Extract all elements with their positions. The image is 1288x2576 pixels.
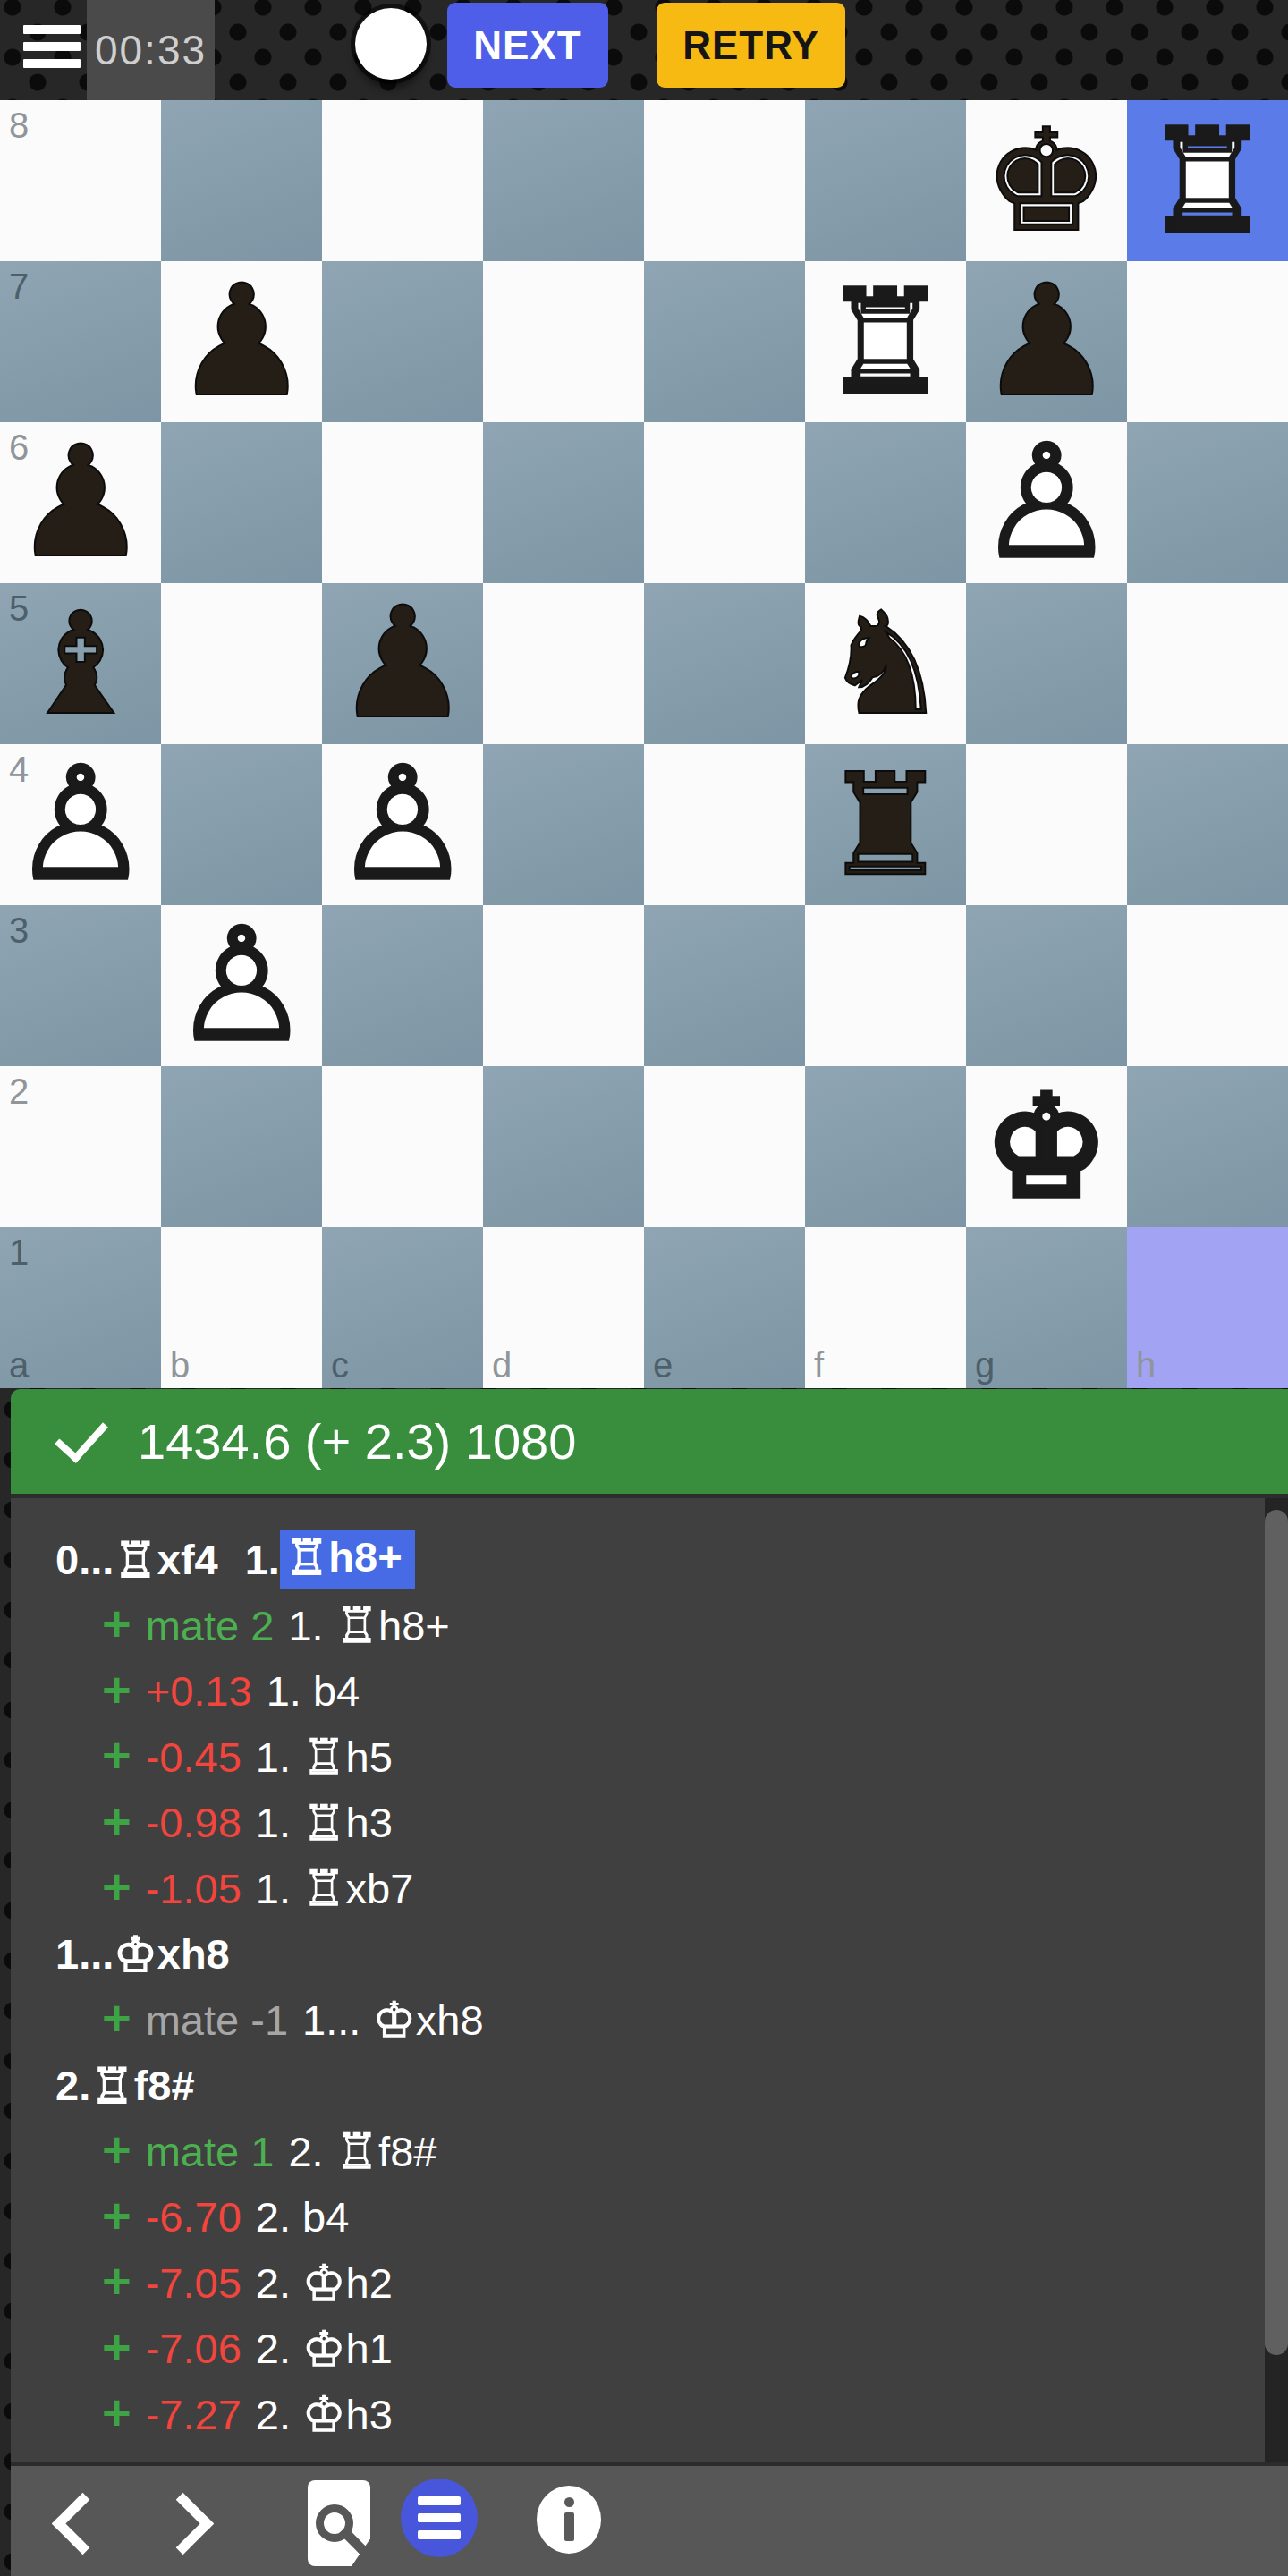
move-text: 2. [288,2127,335,2176]
file-label-d: d [492,1347,512,1383]
bottom-toolbar [11,2462,1288,2576]
eval-value: -7.05 [146,2258,241,2308]
square-h5[interactable] [1127,583,1288,744]
move-text: xb7 [346,1864,414,1913]
piece-glyph: ♖ [302,1865,345,1913]
move-text: 2. b4 [256,2192,350,2241]
square-b6[interactable] [161,422,322,583]
square-e4[interactable] [644,744,805,905]
analysis-variation[interactable]: +mate -11... ♔xh8 [11,1987,1288,2054]
eval-value: -1.05 [146,1864,241,1913]
rank-label-2: 2 [9,1073,29,1109]
plus-icon[interactable]: + [102,2387,131,2437]
square-c8[interactable] [322,100,483,261]
move-list: 0...♖xf41.♖h8++mate 21. ♖h8+++0.131. b4+… [11,1527,1288,2447]
analysis-variation[interactable]: +-7.052. ♔h2 [11,2250,1288,2317]
square-f8[interactable] [805,100,966,261]
square-a1[interactable]: 1a [0,1227,161,1388]
square-f1[interactable]: f [805,1227,966,1388]
piece-white-pawn[interactable]: ♟♙ [966,422,1127,583]
eval-value: mate 2 [146,1601,275,1650]
menu-button[interactable] [23,25,80,75]
square-b4[interactable] [161,744,322,905]
square-h4[interactable] [1127,744,1288,905]
square-f2[interactable] [805,1066,966,1227]
file-label-a: a [9,1347,29,1383]
square-d2[interactable] [483,1066,644,1227]
file-label-g: g [975,1347,995,1383]
square-h8[interactable]: ♜♖ [1127,100,1288,261]
square-b5[interactable] [161,583,322,744]
plus-icon[interactable]: + [102,1730,131,1780]
eval-value: mate 1 [146,2127,275,2176]
piece-glyph: ♔ [114,1931,157,1979]
rating-bar: 1434.6 (+ 2.3) 1080 [11,1389,1288,1494]
eval-value: -7.27 [146,2390,241,2439]
square-h3[interactable] [1127,905,1288,1066]
square-g6[interactable]: ♟♙ [966,422,1127,583]
square-d8[interactable] [483,100,644,261]
piece-glyph: ♔ [302,2259,345,2308]
analysis-variation[interactable]: ++0.131. b4 [11,1658,1288,1724]
piece-white-rook[interactable]: ♜♖ [1127,100,1288,261]
piece-glyph: ♖ [302,1800,345,1848]
file-label-e: e [653,1347,673,1383]
eval-value: -0.98 [146,1798,241,1847]
square-a7[interactable]: 7 [0,261,161,422]
piece-black-knight[interactable]: ♞ [805,583,966,744]
move-text: 1. [256,1864,302,1913]
lines-icon [418,2496,461,2505]
selected-move[interactable]: ♖h8+ [280,1529,415,1589]
square-a4[interactable]: 4♟♙ [0,744,161,905]
square-g8[interactable]: ♚ [966,100,1127,261]
engine-lines-button[interactable] [401,2479,478,2557]
square-b1[interactable]: b [161,1227,322,1388]
square-a8[interactable]: 8 [0,100,161,261]
move-text: 1. [245,1535,280,1584]
plus-icon[interactable]: + [102,2322,131,2372]
square-g5[interactable] [966,583,1127,744]
square-e5[interactable] [644,583,805,744]
chess-board: 8♚♜♖7♟♜♖♟6♟♟♙5♝♟♞4♟♙♟♙♜3♟♙2♚♔1abcdefgh [0,100,1288,1388]
piece-black-king[interactable]: ♚ [966,100,1127,261]
analysis-variation[interactable]: +-6.702. b4 [11,2184,1288,2250]
plus-icon[interactable]: + [102,1796,131,1846]
square-g1[interactable]: g [966,1227,1127,1388]
square-e8[interactable] [644,100,805,261]
move-text: h3 [346,2390,393,2439]
square-d4[interactable] [483,744,644,905]
move-text: 1... [302,1996,372,2045]
back-button[interactable] [52,2493,114,2555]
rank-label-6: 6 [9,429,29,465]
move-text: 1. b4 [267,1666,360,1716]
move-text: h8+ [328,1532,402,1581]
square-h7[interactable] [1127,261,1288,422]
analysis-main-move[interactable]: 2.♖f8# [11,2053,1288,2119]
square-e2[interactable] [644,1066,805,1227]
top-bar: 00:33 NEXT RETRY [0,0,1288,100]
hamburger-icon [23,25,80,68]
square-d7[interactable] [483,261,644,422]
info-button[interactable] [537,2486,601,2554]
piece-glyph: ♔ [302,2391,345,2439]
move-text: h2 [346,2258,393,2308]
rating-text: 1434.6 (+ 2.3) 1080 [138,1412,576,1470]
square-b8[interactable] [161,100,322,261]
eval-value: -6.70 [146,2192,241,2241]
move-text: xf4 [157,1535,218,1584]
analysis-variation[interactable]: +-0.981. ♖h3 [11,1790,1288,1856]
checkmark-icon [55,1408,108,1463]
piece-glyph: ♖ [285,1534,328,1582]
square-g7[interactable]: ♟ [966,261,1127,422]
analysis-variation[interactable]: +-0.451. ♖h5 [11,1724,1288,1791]
piece-glyph: ♖ [302,1733,345,1782]
square-e3[interactable] [644,905,805,1066]
piece-white-king[interactable]: ♚♔ [966,1066,1127,1227]
square-c2[interactable] [322,1066,483,1227]
side-to-move-indicator [355,8,427,80]
search-position-button[interactable] [308,2480,370,2566]
plus-icon[interactable]: + [102,2256,131,2306]
square-e7[interactable] [644,261,805,422]
info-icon [564,2497,574,2507]
plus-icon[interactable]: + [102,1993,131,2043]
plus-icon[interactable]: + [102,2190,131,2241]
square-h2[interactable] [1127,1066,1288,1227]
move-text: h3 [346,1798,393,1847]
plus-icon[interactable]: + [102,1665,131,1715]
square-g2[interactable]: ♚♔ [966,1066,1127,1227]
square-c7[interactable] [322,261,483,422]
piece-glyph: ♖ [114,1537,157,1585]
rank-label-4: 4 [9,751,29,787]
plus-icon[interactable]: + [102,2124,131,2174]
square-c1[interactable]: c [322,1227,483,1388]
piece-glyph: ♔ [372,1996,415,2045]
forward-button[interactable] [152,2493,214,2555]
file-label-b: b [170,1347,190,1383]
square-e6[interactable] [644,422,805,583]
analysis-variation[interactable]: +-7.062. ♔h1 [11,2316,1288,2382]
move-text: f8# [378,2127,436,2176]
analysis-variation[interactable]: +mate 21. ♖h8+ [11,1593,1288,1659]
piece-white-rook[interactable]: ♜♖ [805,261,966,422]
piece-black-rook[interactable]: ♜ [805,744,966,905]
square-b2[interactable] [161,1066,322,1227]
retry-button[interactable]: RETRY [657,3,845,88]
move-text: 1. [288,1601,335,1650]
square-b3[interactable]: ♟♙ [161,905,322,1066]
square-f7[interactable]: ♜♖ [805,261,966,422]
rank-label-8: 8 [9,107,29,143]
square-h1[interactable]: h [1127,1227,1288,1388]
analysis-main-move[interactable]: 1...♔xh8 [11,1921,1288,1987]
plus-icon[interactable]: + [102,1598,131,1648]
next-button[interactable]: NEXT [447,3,608,88]
piece-glyph: ♖ [335,2128,378,2176]
square-a6[interactable]: 6♟ [0,422,161,583]
square-d1[interactable]: d [483,1227,644,1388]
piece-glyph: ♖ [90,2063,133,2111]
square-c5[interactable]: ♟ [322,583,483,744]
square-e1[interactable]: e [644,1227,805,1388]
analysis-main-move[interactable]: 0...♖xf41.♖h8+ [11,1527,1288,1593]
square-f3[interactable] [805,905,966,1066]
piece-white-pawn[interactable]: ♟♙ [322,744,483,905]
square-a3[interactable]: 3 [0,905,161,1066]
square-g3[interactable] [966,905,1127,1066]
square-c4[interactable]: ♟♙ [322,744,483,905]
analysis-panel: 0...♖xf41.♖h8++mate 21. ♖h8+++0.131. b4+… [11,1494,1288,2462]
file-label-h: h [1136,1347,1156,1383]
eval-value: -0.45 [146,1733,241,1782]
square-d3[interactable] [483,905,644,1066]
rank-label-7: 7 [9,268,29,304]
move-text: 1. [256,1798,302,1847]
piece-glyph: ♖ [335,1602,378,1650]
eval-value: -7.06 [146,2324,241,2373]
analysis-variation[interactable]: +-7.272. ♔h3 [11,2382,1288,2448]
timer-display: 00:33 [87,0,215,100]
piece-black-pawn[interactable]: ♟ [322,583,483,744]
move-text: 0... [55,1535,114,1584]
analysis-variation[interactable]: +mate 12. ♖f8# [11,2119,1288,2185]
move-text: h5 [346,1733,393,1782]
move-text: 2. [256,2390,302,2439]
square-d5[interactable] [483,583,644,744]
move-text: 2. [55,2061,90,2110]
move-text: 1... [55,1929,114,1979]
file-label-f: f [814,1347,824,1383]
plus-icon[interactable]: + [102,1861,131,1911]
square-c6[interactable] [322,422,483,583]
square-f6[interactable] [805,422,966,583]
rank-label-1: 1 [9,1234,29,1270]
piece-glyph: ♔ [302,2326,345,2374]
square-f5[interactable]: ♞ [805,583,966,744]
square-a2[interactable]: 2 [0,1066,161,1227]
move-text: h8+ [378,1601,450,1650]
move-text: xh8 [157,1929,230,1979]
analysis-variation[interactable]: +-1.051. ♖xb7 [11,1856,1288,1922]
square-c3[interactable] [322,905,483,1066]
move-text: f8# [134,2061,195,2110]
square-a5[interactable]: 5♝ [0,583,161,744]
move-text: 2. [256,2258,302,2308]
move-text: 2. [256,2324,302,2373]
eval-value: mate -1 [146,1996,288,2045]
move-text: h1 [346,2324,393,2373]
move-text: 1. [256,1733,302,1782]
scrollbar-thumb[interactable] [1265,1510,1288,2355]
piece-black-pawn[interactable]: ♟ [966,261,1127,422]
move-text: xh8 [416,1996,484,2045]
square-f4[interactable]: ♜ [805,744,966,905]
eval-value: +0.13 [146,1666,252,1716]
rank-label-3: 3 [9,912,29,948]
square-h6[interactable] [1127,422,1288,583]
rank-label-5: 5 [9,590,29,626]
file-label-c: c [331,1347,349,1383]
scrollbar-track[interactable] [1265,1498,1288,2462]
piece-white-pawn[interactable]: ♟♙ [161,905,322,1066]
square-g4[interactable] [966,744,1127,905]
app-screen: 00:33 NEXT RETRY 8♚♜♖7♟♜♖♟6♟♟♙5♝♟♞4♟♙♟♙♜… [0,0,1288,2576]
square-b7[interactable]: ♟ [161,261,322,422]
square-d6[interactable] [483,422,644,583]
piece-black-pawn[interactable]: ♟ [161,261,322,422]
